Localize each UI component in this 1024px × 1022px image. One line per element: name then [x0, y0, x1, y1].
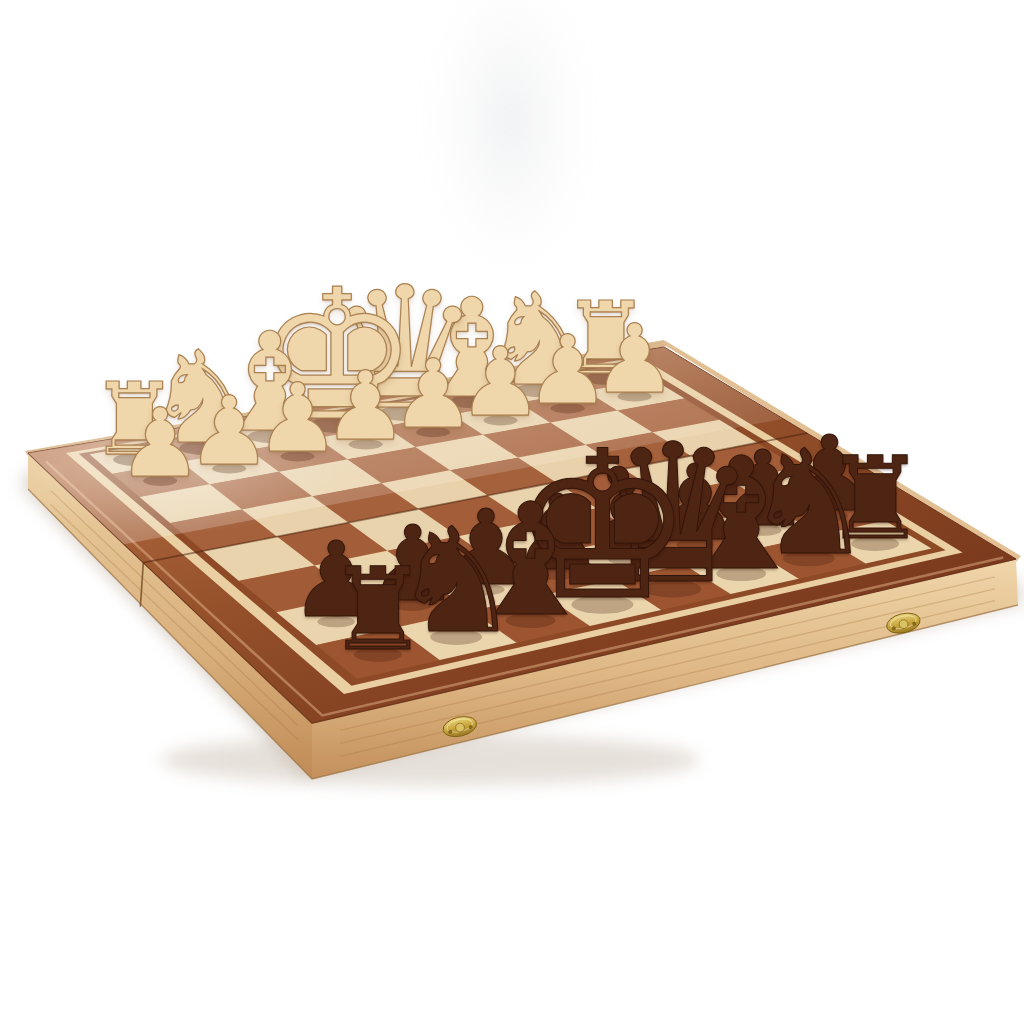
piece-white-pawn-h2[interactable]: ♟ — [98, 401, 222, 487]
product-photo-scene: ♜♞♝♛♚♝♞♜♟♟♟♟♟♟♟♟♟♟♟♟♟♟♟♟♜♞♝♛♚♝♞♜ — [0, 0, 1024, 1022]
piece-black-rook-h8[interactable]: ♜ — [304, 559, 452, 662]
